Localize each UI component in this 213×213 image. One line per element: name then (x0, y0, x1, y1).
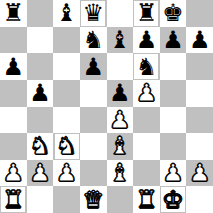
square-g1[interactable]: ♚ (160, 186, 187, 213)
piece-black-king: ♚ (161, 1, 185, 26)
piece-white-pawn: ♟ (134, 81, 158, 106)
piece-white-pawn: ♟ (188, 161, 212, 186)
square-a8[interactable]: ♜ (0, 0, 27, 27)
piece-black-pawn: ♟ (161, 27, 185, 52)
square-f8[interactable]: ♜ (133, 0, 160, 27)
piece-white-pawn: ♟ (1, 161, 25, 186)
piece-white-knight: ♞ (28, 134, 52, 159)
square-d8[interactable]: ♛ (80, 0, 107, 27)
square-b2[interactable]: ♟ (27, 160, 54, 187)
square-h4[interactable] (186, 107, 213, 134)
piece-white-pawn: ♟ (161, 161, 185, 186)
piece-black-pawn: ♟ (188, 27, 212, 52)
square-f1[interactable]: ♜ (133, 186, 160, 213)
piece-black-pawn: ♟ (28, 81, 52, 106)
square-g3[interactable] (160, 133, 187, 160)
square-b1[interactable] (27, 186, 54, 213)
square-d4[interactable] (80, 107, 107, 134)
piece-black-knight: ♞ (81, 27, 105, 52)
square-a5[interactable] (0, 80, 27, 107)
square-b5[interactable]: ♟ (27, 80, 54, 107)
square-g4[interactable] (160, 107, 187, 134)
square-c5[interactable] (53, 80, 80, 107)
square-d3[interactable] (80, 133, 107, 160)
square-e4[interactable]: ♟ (107, 107, 134, 134)
piece-white-pawn: ♟ (55, 161, 79, 186)
square-h3[interactable] (186, 133, 213, 160)
piece-black-pawn: ♟ (81, 54, 105, 79)
square-g6[interactable] (160, 53, 187, 80)
piece-white-king: ♚ (161, 187, 185, 212)
square-d2[interactable] (80, 160, 107, 187)
square-f7[interactable]: ♟ (133, 27, 160, 54)
piece-white-rook: ♜ (134, 187, 158, 212)
piece-black-rook: ♜ (134, 1, 158, 26)
square-a3[interactable] (0, 133, 27, 160)
square-e5[interactable]: ♟ (107, 80, 134, 107)
square-f5[interactable]: ♟ (133, 80, 160, 107)
piece-black-rook: ♜ (1, 1, 25, 26)
piece-white-knight: ♞ (55, 134, 79, 159)
square-g2[interactable]: ♟ (160, 160, 187, 187)
square-b7[interactable] (27, 27, 54, 54)
piece-black-pawn: ♟ (1, 54, 25, 79)
square-f6[interactable]: ♞ (133, 53, 160, 80)
piece-black-queen: ♛ (81, 1, 105, 26)
square-b8[interactable] (27, 0, 54, 27)
square-h8[interactable] (186, 0, 213, 27)
square-d7[interactable]: ♞ (80, 27, 107, 54)
square-a1[interactable]: ♜ (0, 186, 27, 213)
square-d5[interactable] (80, 80, 107, 107)
square-g5[interactable] (160, 80, 187, 107)
square-b4[interactable] (27, 107, 54, 134)
piece-white-pawn: ♟ (28, 161, 52, 186)
square-a4[interactable] (0, 107, 27, 134)
square-h6[interactable] (186, 53, 213, 80)
square-d1[interactable]: ♛ (80, 186, 107, 213)
square-e7[interactable]: ♝ (107, 27, 134, 54)
square-e8[interactable] (107, 0, 134, 27)
square-f2[interactable] (133, 160, 160, 187)
piece-black-knight: ♞ (134, 54, 158, 79)
square-b3[interactable]: ♞ (27, 133, 54, 160)
piece-white-queen: ♛ (81, 187, 105, 212)
square-h7[interactable]: ♟ (186, 27, 213, 54)
piece-black-pawn: ♟ (134, 27, 158, 52)
square-c4[interactable] (53, 107, 80, 134)
chess-board: ♜♝♛♜♚♞♝♟♟♟♟♟♞♟♟♟♟♞♞♝♟♟♟♝♟♟♜♛♜♚ (0, 0, 213, 213)
piece-black-bishop: ♝ (108, 27, 132, 52)
square-f4[interactable] (133, 107, 160, 134)
piece-black-bishop: ♝ (55, 1, 79, 26)
square-e1[interactable] (107, 186, 134, 213)
square-c8[interactable]: ♝ (53, 0, 80, 27)
square-g8[interactable]: ♚ (160, 0, 187, 27)
square-g7[interactable]: ♟ (160, 27, 187, 54)
square-a6[interactable]: ♟ (0, 53, 27, 80)
square-a2[interactable]: ♟ (0, 160, 27, 187)
square-d6[interactable]: ♟ (80, 53, 107, 80)
square-c7[interactable] (53, 27, 80, 54)
piece-white-bishop: ♝ (108, 161, 132, 186)
square-e6[interactable] (107, 53, 134, 80)
square-e3[interactable]: ♝ (107, 133, 134, 160)
piece-white-pawn: ♟ (108, 107, 132, 132)
square-a7[interactable] (0, 27, 27, 54)
square-h5[interactable] (186, 80, 213, 107)
piece-black-pawn: ♟ (108, 81, 132, 106)
piece-white-rook: ♜ (1, 187, 25, 212)
piece-white-bishop: ♝ (108, 134, 132, 159)
square-f3[interactable] (133, 133, 160, 160)
square-c2[interactable]: ♟ (53, 160, 80, 187)
square-c6[interactable] (53, 53, 80, 80)
square-c1[interactable] (53, 186, 80, 213)
square-h2[interactable]: ♟ (186, 160, 213, 187)
square-c3[interactable]: ♞ (53, 133, 80, 160)
square-b6[interactable] (27, 53, 54, 80)
square-h1[interactable] (186, 186, 213, 213)
square-e2[interactable]: ♝ (107, 160, 134, 187)
